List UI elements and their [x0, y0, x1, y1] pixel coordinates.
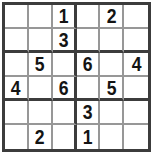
given-digit: 4 [131, 54, 141, 74]
cell-r4c6[interactable] [124, 77, 148, 101]
cell-r3c2[interactable]: 5 [29, 53, 53, 77]
cell-r1c5[interactable]: 2 [100, 5, 124, 29]
given-digit: 2 [35, 127, 45, 147]
cell-r1c3[interactable]: 1 [53, 5, 77, 29]
given-digit: 5 [35, 54, 45, 74]
cell-r1c6[interactable] [124, 5, 148, 29]
sudoku-page: 123564465321 [0, 0, 156, 157]
cell-r6c4[interactable]: 1 [77, 125, 101, 149]
cell-r5c5[interactable] [100, 101, 124, 125]
cell-r1c1[interactable] [5, 5, 29, 29]
cell-r4c3[interactable]: 6 [53, 77, 77, 101]
given-digit: 1 [58, 6, 68, 26]
cell-r5c6[interactable] [124, 101, 148, 125]
given-digit: 6 [58, 78, 68, 98]
sudoku-board: 123564465321 [2, 2, 151, 152]
cell-r3c6[interactable]: 4 [124, 53, 148, 77]
given-digit: 5 [106, 78, 116, 98]
cell-r2c4[interactable] [77, 29, 101, 53]
cell-r2c1[interactable] [5, 29, 29, 53]
given-digit: 6 [83, 54, 93, 74]
cell-r5c1[interactable] [5, 101, 29, 125]
cell-r4c2[interactable] [29, 77, 53, 101]
cell-r3c3[interactable] [53, 53, 77, 77]
cell-r2c3[interactable]: 3 [53, 29, 77, 53]
cell-r5c4[interactable]: 3 [77, 101, 101, 125]
given-digit: 1 [83, 127, 93, 147]
cell-r2c6[interactable] [124, 29, 148, 53]
cell-r3c4[interactable]: 6 [77, 53, 101, 77]
cell-r4c1[interactable]: 4 [5, 77, 29, 101]
cell-r1c4[interactable] [77, 5, 101, 29]
cell-r6c2[interactable]: 2 [29, 125, 53, 149]
given-digit: 2 [106, 6, 116, 26]
cell-r3c5[interactable] [100, 53, 124, 77]
cell-r6c3[interactable] [53, 125, 77, 149]
cell-r5c3[interactable] [53, 101, 77, 125]
cell-r6c1[interactable] [5, 125, 29, 149]
cell-r6c6[interactable] [124, 125, 148, 149]
cell-r4c5[interactable]: 5 [100, 77, 124, 101]
given-digit: 3 [83, 102, 93, 122]
cell-r3c1[interactable] [5, 53, 29, 77]
given-digit: 4 [11, 78, 21, 98]
cell-r6c5[interactable] [100, 125, 124, 149]
cell-r4c4[interactable] [77, 77, 101, 101]
given-digit: 3 [58, 30, 68, 50]
cell-r5c2[interactable] [29, 101, 53, 125]
cell-r2c5[interactable] [100, 29, 124, 53]
cell-r2c2[interactable] [29, 29, 53, 53]
cell-r1c2[interactable] [29, 5, 53, 29]
